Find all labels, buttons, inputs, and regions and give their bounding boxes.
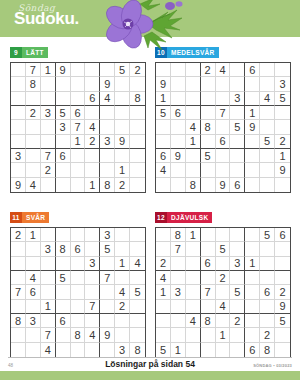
cell-r8c7 (245, 163, 260, 177)
cell-r8c9 (130, 163, 145, 177)
cell-r2c9 (130, 77, 145, 91)
cell-r7c8 (260, 149, 275, 163)
cell-r8c6: 4 (85, 328, 100, 342)
cell-r3c2 (171, 92, 186, 106)
cell-r2c3 (186, 77, 201, 91)
cell-r3c2 (26, 257, 41, 271)
cell-r4c2: 2 (26, 106, 41, 120)
cell-r8c8: 2 (260, 328, 275, 342)
cell-r5c1 (156, 120, 171, 134)
cell-r1c9: 6 (275, 228, 290, 242)
cell-r3c7 (245, 92, 260, 106)
cell-r7c5 (71, 314, 86, 328)
cell-r2c7: 9 (100, 77, 115, 91)
cell-r6c5: 1 (71, 135, 86, 149)
cell-r9c1: 9 (11, 178, 26, 192)
cell-r8c2 (26, 163, 41, 177)
cell-r6c8: 5 (260, 135, 275, 149)
cell-r7c2: 9 (171, 149, 186, 163)
cell-r3c2 (26, 92, 41, 106)
cell-r6c9: 2 (275, 135, 290, 149)
cell-r7c1: 3 (11, 149, 26, 163)
cell-r3c4 (201, 92, 216, 106)
cell-r1c6 (230, 63, 245, 77)
cell-r9c6 (85, 343, 100, 357)
cell-r3c4 (56, 257, 71, 271)
cell-r5c4: 3 (56, 120, 71, 134)
cell-r3c7: 4 (100, 92, 115, 106)
cell-r5c5 (216, 120, 231, 134)
cell-r9c5: 9 (216, 178, 231, 192)
cell-r8c8 (260, 163, 275, 177)
cell-r9c2 (26, 343, 41, 357)
cell-r5c1 (11, 120, 26, 134)
cell-r7c7 (245, 314, 260, 328)
cell-r7c5 (71, 149, 86, 163)
cell-r8c6 (230, 163, 245, 177)
cell-r8c4 (201, 163, 216, 177)
cell-r2c5 (71, 77, 86, 91)
cell-r2c8 (260, 242, 275, 256)
cell-r4c3: 3 (41, 106, 56, 120)
cell-r3c4: 6 (201, 257, 216, 271)
cell-r7c4: 6 (56, 314, 71, 328)
cell-r2c6 (85, 77, 100, 91)
cell-r9c5 (71, 178, 86, 192)
cell-r3c1: 2 (156, 257, 171, 271)
cell-r2c7 (245, 242, 260, 256)
cell-r7c2 (26, 149, 41, 163)
cell-r4c8 (260, 106, 275, 120)
cell-r1c6 (230, 228, 245, 242)
cell-r6c4 (201, 135, 216, 149)
cell-r7c7 (245, 149, 260, 163)
cell-r7c9 (130, 149, 145, 163)
cell-r4c2: 4 (26, 271, 41, 285)
cell-r8c1 (156, 328, 171, 342)
cell-r8c6 (85, 163, 100, 177)
difficulty-badge-11: 11 SVÅR (10, 212, 49, 223)
cell-r8c3: 7 (41, 328, 56, 342)
cell-r6c7 (100, 300, 115, 314)
cell-r5c5: 7 (71, 120, 86, 134)
cell-r6c2 (26, 135, 41, 149)
cell-r1c4: 9 (56, 63, 71, 77)
cell-r6c5 (71, 300, 86, 314)
cell-r3c6: 3 (230, 257, 245, 271)
cell-r6c7 (245, 300, 260, 314)
cell-r6c1 (11, 300, 26, 314)
cell-r1c1 (156, 228, 171, 242)
cell-r6c1 (156, 300, 171, 314)
flower-image (82, 0, 200, 58)
cell-r9c2: 4 (26, 178, 41, 192)
cell-r5c1: 7 (11, 285, 26, 299)
cell-r8c8: 1 (115, 163, 130, 177)
cell-r2c3 (186, 242, 201, 256)
cell-r5c6 (85, 285, 100, 299)
cell-r8c5: 1 (216, 328, 231, 342)
cell-r2c8 (115, 242, 130, 256)
cell-r7c1: 6 (156, 149, 171, 163)
magazine-page: Söndag Sudoku. (0, 0, 300, 380)
cell-r4c3 (41, 271, 56, 285)
cell-r1c2: 1 (26, 228, 41, 242)
cell-r9c6: 6 (230, 178, 245, 192)
cell-r1c7: 3 (100, 228, 115, 242)
cell-r7c6 (85, 149, 100, 163)
footer-divider (8, 357, 292, 358)
cell-r2c5: 6 (71, 242, 86, 256)
cell-r5c9 (275, 120, 290, 134)
cell-r4c1: 4 (156, 271, 171, 285)
cell-r1c3: 1 (41, 63, 56, 77)
cell-r5c8: 4 (115, 285, 130, 299)
cell-r2c1 (11, 77, 26, 91)
cell-r5c2 (26, 120, 41, 134)
cell-r2c9 (275, 242, 290, 256)
cell-r5c3 (41, 285, 56, 299)
cell-r3c3 (186, 92, 201, 106)
cell-r6c3 (186, 300, 201, 314)
cell-r1c3 (41, 228, 56, 242)
cell-r2c3 (41, 77, 56, 91)
sudoku-grid-9: 7195289648235637412393762194182 (10, 62, 146, 193)
cell-r9c7: 8 (100, 178, 115, 192)
cell-r8c1 (11, 328, 26, 342)
cell-r3c3 (186, 257, 201, 271)
cell-r8c9 (275, 328, 290, 342)
cell-r4c8 (115, 106, 130, 120)
cell-r9c4 (56, 178, 71, 192)
cell-r7c5 (216, 314, 231, 328)
cell-r8c2 (26, 328, 41, 342)
cell-r8c6 (230, 328, 245, 342)
cell-r6c7: 3 (100, 135, 115, 149)
cell-r1c2 (171, 63, 186, 77)
cell-r3c8: 1 (115, 257, 130, 271)
cell-r7c6 (230, 149, 245, 163)
cell-r1c1 (156, 63, 171, 77)
cell-r2c1 (156, 242, 171, 256)
cell-r2c4 (201, 242, 216, 256)
cell-r3c9: 8 (130, 92, 145, 106)
cell-r3c4 (56, 92, 71, 106)
cell-r6c4 (56, 300, 71, 314)
cell-r5c5 (71, 285, 86, 299)
cell-r6c3: 1 (41, 300, 56, 314)
cell-r6c3 (41, 135, 56, 149)
cell-r4c4 (201, 271, 216, 285)
cell-r8c1: 4 (156, 163, 171, 177)
cell-r4c8 (115, 271, 130, 285)
cell-r1c5 (216, 228, 231, 242)
cell-r6c9: 9 (275, 300, 290, 314)
cell-r9c1: 5 (156, 343, 171, 357)
cell-r5c6: 5 (230, 285, 245, 299)
cell-r1c2: 7 (26, 63, 41, 77)
cell-r2c9 (130, 242, 145, 256)
difficulty-label: DJÄVULSK (167, 212, 212, 223)
cell-r4c7: 1 (245, 106, 260, 120)
cell-r7c8 (115, 149, 130, 163)
cell-r2c7: 5 (100, 242, 115, 256)
cell-r6c9 (130, 300, 145, 314)
cell-r7c3: 7 (41, 149, 56, 163)
cell-r3c9: 5 (275, 92, 290, 106)
difficulty-label: LÄTT (22, 47, 48, 58)
cell-r5c7: 9 (245, 120, 260, 134)
cell-r4c6 (230, 271, 245, 285)
cell-r3c9 (275, 257, 290, 271)
cell-r5c7 (100, 285, 115, 299)
cell-r4c1: 5 (156, 106, 171, 120)
puzzle-11: 11 SVÅR 213386531445776451728367849438 (10, 206, 146, 358)
cell-r4c2 (171, 271, 186, 285)
cell-r9c9 (130, 178, 145, 192)
cell-r8c4 (56, 328, 71, 342)
masthead-title: Sudoku. (14, 10, 79, 27)
cell-r5c4 (56, 285, 71, 299)
sudoku-grid-10: 246931345567148591652695149896 (155, 62, 291, 193)
cell-r1c7 (100, 63, 115, 77)
cell-r9c5 (71, 343, 86, 357)
cell-r1c6 (85, 228, 100, 242)
cell-r1c2: 8 (171, 228, 186, 242)
cell-r2c4 (201, 77, 216, 91)
cell-r4c5: 6 (71, 106, 86, 120)
cell-r3c1 (11, 92, 26, 106)
cell-r7c2: 3 (26, 314, 41, 328)
cell-r5c2: 3 (171, 285, 186, 299)
cell-r7c3 (41, 314, 56, 328)
cell-r2c2 (171, 77, 186, 91)
issue-text: SÖNDAG • 03/2023 (253, 363, 292, 368)
cell-r8c4 (201, 328, 216, 342)
cell-r5c5 (216, 285, 231, 299)
cell-r5c1: 1 (156, 285, 171, 299)
cell-r1c8: 5 (260, 228, 275, 242)
cell-r4c6 (85, 271, 100, 285)
cell-r3c2 (171, 257, 186, 271)
cell-r6c6 (230, 300, 245, 314)
puzzle-number: 9 (10, 47, 22, 58)
difficulty-badge-12: 12 DJÄVULSK (155, 212, 212, 223)
cell-r1c3 (186, 63, 201, 77)
cell-r4c9 (130, 106, 145, 120)
cell-r4c7 (245, 271, 260, 285)
cell-r8c7 (245, 328, 260, 342)
cell-r7c5 (216, 149, 231, 163)
cell-r3c5 (216, 92, 231, 106)
cell-r1c9: 2 (130, 63, 145, 77)
cell-r6c1 (11, 135, 26, 149)
cell-r5c9: 5 (130, 285, 145, 299)
cell-r6c4 (56, 135, 71, 149)
cell-r9c1 (11, 343, 26, 357)
cell-r9c6 (230, 343, 245, 357)
cell-r4c7 (100, 106, 115, 120)
cell-r9c5 (216, 343, 231, 357)
cell-r2c4: 8 (56, 242, 71, 256)
cell-r4c9 (275, 271, 290, 285)
cell-r3c3 (41, 257, 56, 271)
cell-r1c1: 2 (11, 228, 26, 242)
cell-r9c3 (41, 178, 56, 192)
cell-r5c3 (186, 285, 201, 299)
cell-r1c9 (130, 228, 145, 242)
cell-r3c1: 1 (156, 92, 171, 106)
cell-r6c2 (171, 300, 186, 314)
cell-r1c1 (11, 63, 26, 77)
cell-r2c1: 9 (156, 77, 171, 91)
cell-r8c4 (56, 163, 71, 177)
cell-r2c8 (260, 77, 275, 91)
cell-r5c2 (171, 120, 186, 134)
cell-r4c8 (260, 271, 275, 285)
cell-r5c3: 4 (186, 120, 201, 134)
cell-r7c3 (186, 149, 201, 163)
cell-r2c9: 3 (275, 77, 290, 91)
cell-r4c5 (71, 271, 86, 285)
cell-r6c3: 1 (186, 135, 201, 149)
cell-r6c8: 2 (115, 300, 130, 314)
cell-r8c2 (171, 328, 186, 342)
cell-r6c7 (245, 135, 260, 149)
page-number: 48 (8, 363, 13, 368)
cell-r5c8 (115, 120, 130, 134)
cell-r4c4: 5 (56, 271, 71, 285)
cell-r4c4 (201, 106, 216, 120)
sudoku-grid-11: 213386531445776451728367849438 (10, 227, 146, 358)
cell-r9c4 (201, 178, 216, 192)
cell-r3c8: 4 (260, 92, 275, 106)
cell-r4c7: 7 (100, 271, 115, 285)
cell-r9c2 (171, 178, 186, 192)
cell-r4c4: 5 (56, 106, 71, 120)
cell-r7c6 (85, 314, 100, 328)
cell-r8c5: 8 (71, 328, 86, 342)
cell-r3c7: 1 (245, 257, 260, 271)
cell-r9c8: 2 (115, 178, 130, 192)
cell-r6c8 (260, 300, 275, 314)
cell-r2c2 (26, 242, 41, 256)
cell-r2c1 (11, 242, 26, 256)
cell-r9c7: 6 (245, 343, 260, 357)
puzzle-12: 12 DJÄVULSK 8156752631421375624948251251… (155, 206, 291, 358)
cell-r9c9: 8 (130, 343, 145, 357)
cell-r9c1 (156, 178, 171, 192)
cell-r1c7: 6 (245, 63, 260, 77)
cell-r1c9 (275, 63, 290, 77)
difficulty-label: SVÅR (22, 212, 49, 223)
cell-r6c2 (26, 300, 41, 314)
footer-bar (0, 371, 300, 380)
cell-r2c7 (245, 77, 260, 91)
cell-r5c4: 8 (201, 120, 216, 134)
difficulty-badge-9: 9 LÄTT (10, 47, 48, 58)
cell-r1c5 (71, 228, 86, 242)
cell-r7c8 (115, 314, 130, 328)
cell-r5c8: 6 (260, 285, 275, 299)
cell-r5c2: 6 (26, 285, 41, 299)
cell-r9c3: 8 (186, 178, 201, 192)
cell-r8c3 (186, 163, 201, 177)
cell-r1c8: 5 (115, 63, 130, 77)
cell-r5c6: 5 (230, 120, 245, 134)
cell-r8c9 (130, 328, 145, 342)
cell-r3c5 (71, 92, 86, 106)
cell-r9c8: 8 (260, 343, 275, 357)
cell-r1c8 (260, 63, 275, 77)
cell-r3c3 (41, 92, 56, 106)
cell-r9c9 (275, 178, 290, 192)
cell-r2c4 (56, 77, 71, 91)
cell-r3c6: 3 (230, 92, 245, 106)
cell-r5c8 (260, 120, 275, 134)
cell-r7c8 (260, 314, 275, 328)
cell-r4c1 (11, 106, 26, 120)
cell-r8c1 (11, 163, 26, 177)
puzzle-number: 11 (10, 212, 22, 223)
cell-r7c9 (130, 314, 145, 328)
cell-r9c3: 4 (41, 343, 56, 357)
cell-r8c5 (71, 163, 86, 177)
cell-r6c8: 9 (115, 135, 130, 149)
cell-r9c2: 1 (171, 343, 186, 357)
cell-r1c4 (201, 228, 216, 242)
cell-r7c1: 8 (11, 314, 26, 328)
cell-r1c6 (85, 63, 100, 77)
cell-r5c3 (41, 120, 56, 134)
cell-r3c5 (71, 257, 86, 271)
cell-r4c1 (11, 271, 26, 285)
cell-r4c3 (186, 271, 201, 285)
cell-r2c6 (230, 242, 245, 256)
cell-r5c7 (245, 285, 260, 299)
cell-r9c6: 1 (85, 178, 100, 192)
cell-r3c6: 6 (85, 92, 100, 106)
cell-r8c3 (186, 328, 201, 342)
cell-r7c9: 1 (275, 149, 290, 163)
cell-r9c8 (260, 178, 275, 192)
cell-r5c9: 2 (275, 285, 290, 299)
cell-r9c3 (186, 343, 201, 357)
cell-r7c6: 2 (230, 314, 245, 328)
cell-r7c9: 5 (275, 314, 290, 328)
cell-r5c4: 7 (201, 285, 216, 299)
cell-r6c1 (156, 135, 171, 149)
cell-r8c7 (100, 163, 115, 177)
cell-r7c4: 5 (201, 149, 216, 163)
cell-r7c4: 8 (201, 314, 216, 328)
cell-r9c8: 3 (115, 343, 130, 357)
cell-r9c7 (245, 178, 260, 192)
cell-r1c5: 4 (216, 63, 231, 77)
cell-r6c6 (230, 135, 245, 149)
cell-r5c6: 4 (85, 120, 100, 134)
cell-r3c6: 3 (85, 257, 100, 271)
cell-r9c4 (201, 343, 216, 357)
cell-r9c4 (56, 343, 71, 357)
cell-r4c5: 2 (216, 271, 231, 285)
cell-r6c5: 4 (216, 300, 231, 314)
cell-r6c9 (130, 135, 145, 149)
cell-r8c2 (171, 163, 186, 177)
cell-r3c9: 4 (130, 257, 145, 271)
cell-r5c9 (130, 120, 145, 134)
puzzle-9: 9 LÄTT 7195289648235637412393762194182 (10, 41, 146, 193)
